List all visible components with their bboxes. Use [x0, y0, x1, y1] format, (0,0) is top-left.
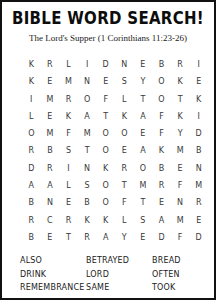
grid-cell[interactable]: T: [134, 194, 153, 211]
grid-cell[interactable]: K: [96, 160, 115, 177]
grid-cell[interactable]: O: [96, 194, 115, 211]
grid-cell[interactable]: E: [115, 142, 134, 159]
grid-cell[interactable]: C: [41, 211, 60, 228]
grid-cell[interactable]: O: [134, 160, 153, 177]
grid-cell[interactable]: K: [189, 91, 208, 108]
grid-cell[interactable]: E: [134, 229, 153, 246]
grid-cell[interactable]: R: [22, 211, 41, 228]
grid-cell[interactable]: S: [59, 142, 78, 159]
grid-cell[interactable]: M: [59, 73, 78, 90]
grid-cell[interactable]: M: [134, 177, 153, 194]
grid-cell[interactable]: I: [22, 91, 41, 108]
grid-cell[interactable]: K: [96, 211, 115, 228]
grid-cell[interactable]: E: [171, 160, 190, 177]
grid-cell[interactable]: O: [96, 142, 115, 159]
grid-cell[interactable]: M: [41, 125, 60, 142]
grid-cell[interactable]: A: [41, 177, 60, 194]
grid-cell[interactable]: T: [78, 142, 97, 159]
grid-cell[interactable]: E: [59, 194, 78, 211]
grid-cell[interactable]: D: [189, 125, 208, 142]
grid-cell[interactable]: R: [22, 142, 41, 159]
grid-cell[interactable]: M: [189, 177, 208, 194]
word-list-column: ALSODRINKREMEMBRANCE: [20, 254, 85, 295]
word-list-item: TOOK: [152, 281, 181, 295]
grid-cell[interactable]: O: [22, 125, 41, 142]
grid-cell[interactable]: O: [152, 73, 171, 90]
grid-cell[interactable]: N: [41, 194, 60, 211]
grid-cell[interactable]: I: [189, 108, 208, 125]
grid-cell[interactable]: D: [152, 229, 171, 246]
grid-cell[interactable]: T: [59, 229, 78, 246]
grid-cell[interactable]: F: [59, 125, 78, 142]
grid-cell[interactable]: A: [78, 108, 97, 125]
grid-cell[interactable]: Y: [171, 125, 190, 142]
grid-cell[interactable]: R: [152, 177, 171, 194]
grid-cell[interactable]: I: [78, 56, 97, 73]
grid-cell[interactable]: N: [171, 194, 190, 211]
grid-cell[interactable]: E: [134, 56, 153, 73]
word-list-item: BETRAYED: [86, 254, 129, 268]
word-list-item: BREAD: [152, 254, 181, 268]
grid-cell[interactable]: L: [115, 91, 134, 108]
grid-cell[interactable]: F: [152, 125, 171, 142]
grid-cell[interactable]: K: [78, 211, 97, 228]
grid-cell[interactable]: L: [22, 108, 41, 125]
grid-cell[interactable]: F: [171, 229, 190, 246]
grid-cell[interactable]: F: [115, 194, 134, 211]
grid-cell[interactable]: E: [189, 211, 208, 228]
page-title: BIBLE WORD SEARCH!: [2, 8, 214, 28]
grid-cell[interactable]: O: [78, 91, 97, 108]
grid-cell[interactable]: M: [78, 125, 97, 142]
grid-cell[interactable]: B: [22, 194, 41, 211]
grid-cell[interactable]: O: [115, 125, 134, 142]
grid-cell[interactable]: R: [78, 229, 97, 246]
grid-cell[interactable]: E: [41, 229, 60, 246]
grid-cell[interactable]: Y: [115, 229, 134, 246]
grid-cell[interactable]: K: [22, 56, 41, 73]
grid-cell[interactable]: O: [96, 125, 115, 142]
grid-cell[interactable]: N: [189, 160, 208, 177]
word-list-item: SAME: [86, 281, 129, 295]
grid-cell[interactable]: R: [59, 211, 78, 228]
grid-cell[interactable]: A: [96, 229, 115, 246]
grid-cell[interactable]: A: [134, 142, 153, 159]
grid-cell[interactable]: D: [96, 56, 115, 73]
grid-cell[interactable]: T: [96, 108, 115, 125]
grid-cell[interactable]: R: [41, 56, 60, 73]
grid-cell[interactable]: K: [152, 142, 171, 159]
word-list-item: OFTEN: [152, 268, 181, 282]
grid-cell[interactable]: R: [59, 91, 78, 108]
grid-cell[interactable]: E: [96, 73, 115, 90]
grid-cell[interactable]: B: [152, 56, 171, 73]
grid-cell[interactable]: N: [78, 73, 97, 90]
grid-cell[interactable]: B: [41, 142, 60, 159]
grid-cell[interactable]: S: [134, 211, 153, 228]
grid-cell[interactable]: L: [59, 56, 78, 73]
grid-cell[interactable]: A: [22, 177, 41, 194]
word-list-item: REMEMBRANCE: [20, 281, 85, 295]
grid-cell[interactable]: R: [115, 160, 134, 177]
grid-cell[interactable]: F: [171, 177, 190, 194]
grid-cell[interactable]: R: [171, 56, 190, 73]
word-list-column: BREADOFTENTOOK: [152, 254, 181, 295]
grid-cell[interactable]: T: [115, 177, 134, 194]
grid-cell[interactable]: I: [189, 56, 208, 73]
word-search-grid: KRLIDNEBRIKEMNESYOKEIMROFLTOTKLEKATKAFKI…: [22, 56, 208, 246]
page-subtitle: The Lord's Supper (1 Corinthians 11:23-2…: [2, 33, 214, 43]
grid-cell[interactable]: E: [41, 108, 60, 125]
grid-cell[interactable]: L: [115, 211, 134, 228]
grid-cell[interactable]: I: [59, 160, 78, 177]
grid-cell[interactable]: A: [134, 108, 153, 125]
grid-cell[interactable]: T: [134, 91, 153, 108]
grid-cell[interactable]: N: [78, 160, 97, 177]
grid-cell[interactable]: O: [96, 177, 115, 194]
grid-cell[interactable]: E: [189, 73, 208, 90]
grid-cell[interactable]: B: [22, 229, 41, 246]
grid-cell[interactable]: E: [152, 194, 171, 211]
word-list-item: DRINK: [20, 268, 85, 282]
grid-cell[interactable]: D: [189, 229, 208, 246]
grid-cell[interactable]: M: [171, 211, 190, 228]
grid-cell[interactable]: K: [171, 108, 190, 125]
grid-cell[interactable]: K: [59, 108, 78, 125]
grid-cell[interactable]: R: [41, 160, 60, 177]
grid-cell[interactable]: K: [22, 73, 41, 90]
grid-cell[interactable]: E: [134, 125, 153, 142]
grid-cell[interactable]: O: [152, 91, 171, 108]
grid-cell[interactable]: S: [78, 177, 97, 194]
grid-cell[interactable]: M: [41, 91, 60, 108]
grid-cell[interactable]: T: [171, 91, 190, 108]
grid-cell[interactable]: K: [115, 108, 134, 125]
grid-cell[interactable]: F: [96, 91, 115, 108]
grid-cell[interactable]: S: [115, 73, 134, 90]
word-list-column: BETRAYEDLORDSAME: [86, 254, 129, 295]
grid-cell[interactable]: F: [152, 108, 171, 125]
grid-cell[interactable]: B: [189, 142, 208, 159]
grid-cell[interactable]: A: [152, 211, 171, 228]
word-list-item: LORD: [86, 268, 129, 282]
grid-cell[interactable]: R: [189, 194, 208, 211]
grid-cell[interactable]: B: [152, 160, 171, 177]
grid-cell[interactable]: D: [22, 160, 41, 177]
grid-cell[interactable]: E: [41, 73, 60, 90]
puzzle-page: BIBLE WORD SEARCH! The Lord's Supper (1 …: [0, 0, 216, 300]
grid-cell[interactable]: K: [171, 73, 190, 90]
grid-cell[interactable]: M: [171, 142, 190, 159]
grid-cell[interactable]: B: [78, 194, 97, 211]
word-list-item: ALSO: [20, 254, 85, 268]
grid-cell[interactable]: Y: [134, 73, 153, 90]
grid-cell[interactable]: N: [115, 56, 134, 73]
grid-cell[interactable]: L: [59, 177, 78, 194]
